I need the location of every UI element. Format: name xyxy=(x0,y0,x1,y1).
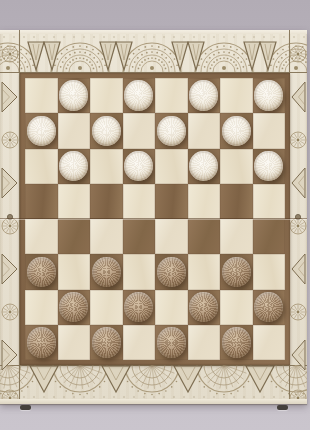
square-r3c6[interactable] xyxy=(188,149,221,184)
black-man[interactable] xyxy=(92,257,121,287)
square-r7c8[interactable] xyxy=(253,290,286,325)
white-man[interactable] xyxy=(92,116,121,146)
square-r7c5 xyxy=(155,290,188,325)
black-man[interactable] xyxy=(27,257,56,287)
square-r2c3[interactable] xyxy=(90,113,123,148)
white-man[interactable] xyxy=(254,151,283,181)
square-r8c2 xyxy=(58,325,91,360)
square-r7c1 xyxy=(25,290,58,325)
square-r8c6 xyxy=(188,325,221,360)
black-man[interactable] xyxy=(157,257,186,287)
square-r6c5[interactable] xyxy=(155,254,188,289)
photo-scene xyxy=(0,0,310,430)
white-man[interactable] xyxy=(157,116,186,146)
carved-border-right xyxy=(289,30,307,404)
square-r1c7 xyxy=(220,78,253,113)
white-man[interactable] xyxy=(59,80,88,110)
square-r7c6[interactable] xyxy=(188,290,221,325)
square-r1c6[interactable] xyxy=(188,78,221,113)
black-man[interactable] xyxy=(27,327,56,357)
white-man[interactable] xyxy=(124,80,153,110)
square-r1c1 xyxy=(25,78,58,113)
square-r3c4[interactable] xyxy=(123,149,156,184)
black-man[interactable] xyxy=(59,292,88,322)
white-man[interactable] xyxy=(124,151,153,181)
square-r6c3[interactable] xyxy=(90,254,123,289)
black-man[interactable] xyxy=(124,292,153,322)
carved-border-bottom xyxy=(0,365,307,400)
square-r8c4 xyxy=(123,325,156,360)
board-bottom-edge xyxy=(0,399,307,404)
square-r1c8[interactable] xyxy=(253,78,286,113)
square-r4c2 xyxy=(58,184,91,219)
square-r4c7[interactable] xyxy=(220,184,253,219)
square-r3c5 xyxy=(155,149,188,184)
square-r7c4[interactable] xyxy=(123,290,156,325)
carved-border-top xyxy=(0,34,307,73)
square-r6c7[interactable] xyxy=(220,254,253,289)
square-r5c1 xyxy=(25,219,58,254)
square-r3c7 xyxy=(220,149,253,184)
square-r6c8 xyxy=(253,254,286,289)
square-r4c5[interactable] xyxy=(155,184,188,219)
square-r6c2 xyxy=(58,254,91,289)
square-r5c6[interactable] xyxy=(188,219,221,254)
white-man[interactable] xyxy=(189,80,218,110)
square-r5c7 xyxy=(220,219,253,254)
white-man[interactable] xyxy=(222,116,251,146)
square-r3c1 xyxy=(25,149,58,184)
square-r4c6 xyxy=(188,184,221,219)
square-r7c7 xyxy=(220,290,253,325)
square-r8c3[interactable] xyxy=(90,325,123,360)
black-man[interactable] xyxy=(189,292,218,322)
square-r8c8 xyxy=(253,325,286,360)
square-r4c1[interactable] xyxy=(25,184,58,219)
board-fold-seam xyxy=(0,218,307,221)
square-r4c8 xyxy=(253,184,286,219)
white-man[interactable] xyxy=(189,151,218,181)
square-r1c2[interactable] xyxy=(58,78,91,113)
square-r7c2[interactable] xyxy=(58,290,91,325)
square-r6c4 xyxy=(123,254,156,289)
square-r5c4[interactable] xyxy=(123,219,156,254)
carved-border-left xyxy=(0,30,20,404)
square-r5c5 xyxy=(155,219,188,254)
square-r2c8 xyxy=(253,113,286,148)
square-r1c3 xyxy=(90,78,123,113)
square-r8c7[interactable] xyxy=(220,325,253,360)
black-man[interactable] xyxy=(157,327,186,357)
white-man[interactable] xyxy=(254,80,283,110)
square-r2c2 xyxy=(58,113,91,148)
hinge-right xyxy=(277,405,288,410)
square-r1c4[interactable] xyxy=(123,78,156,113)
black-man[interactable] xyxy=(222,257,251,287)
square-r8c1[interactable] xyxy=(25,325,58,360)
black-man[interactable] xyxy=(222,327,251,357)
square-r2c4 xyxy=(123,113,156,148)
white-man[interactable] xyxy=(27,116,56,146)
square-r6c6 xyxy=(188,254,221,289)
black-man[interactable] xyxy=(254,292,283,322)
square-r1c5 xyxy=(155,78,188,113)
square-r8c5[interactable] xyxy=(155,325,188,360)
square-r2c6 xyxy=(188,113,221,148)
square-r3c2[interactable] xyxy=(58,149,91,184)
square-r5c3 xyxy=(90,219,123,254)
square-r2c5[interactable] xyxy=(155,113,188,148)
square-r5c8[interactable] xyxy=(253,219,286,254)
black-man[interactable] xyxy=(92,327,121,357)
square-r4c3[interactable] xyxy=(90,184,123,219)
square-r6c1[interactable] xyxy=(25,254,58,289)
square-r3c3 xyxy=(90,149,123,184)
square-r2c1[interactable] xyxy=(25,113,58,148)
square-r3c8[interactable] xyxy=(253,149,286,184)
square-r7c3 xyxy=(90,290,123,325)
square-r5c2[interactable] xyxy=(58,219,91,254)
checkers-board-exterior xyxy=(0,30,307,404)
white-man[interactable] xyxy=(59,151,88,181)
square-r4c4 xyxy=(123,184,156,219)
hinge-left xyxy=(20,405,31,410)
square-r2c7[interactable] xyxy=(220,113,253,148)
